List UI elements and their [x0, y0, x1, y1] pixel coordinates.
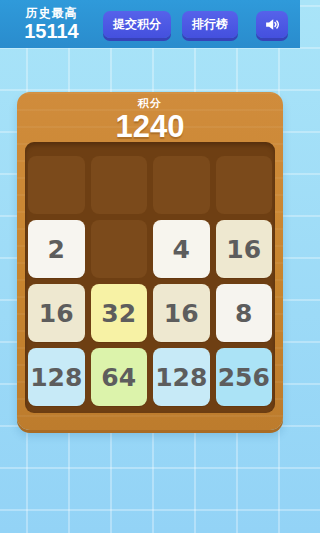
- tile-8: 8: [216, 284, 273, 342]
- board: 积分 1240 2416163216812864128256: [17, 92, 283, 430]
- sound-button[interactable]: [256, 11, 288, 38]
- cell-r4c1: 128: [28, 348, 85, 406]
- tile-256: 256: [216, 348, 273, 406]
- cell-r2c4: 16: [216, 220, 273, 278]
- best-score-block: 历史最高 15114: [0, 7, 103, 41]
- tile-2: 2: [28, 220, 85, 278]
- best-score-label: 历史最高: [0, 7, 103, 19]
- cell-r1c4: [216, 156, 273, 214]
- score-panel: 积分 1240: [17, 92, 283, 142]
- cell-r4c4: 256: [216, 348, 273, 406]
- submit-score-button[interactable]: 提交积分: [103, 11, 171, 38]
- best-score-value: 15114: [0, 21, 103, 41]
- tile-16: 16: [153, 284, 210, 342]
- cell-r3c2: 32: [91, 284, 148, 342]
- leaderboard-button[interactable]: 排行榜: [182, 11, 238, 38]
- cell-r2c2: [91, 220, 148, 278]
- cell-r4c3: 128: [153, 348, 210, 406]
- cell-r2c1: 2: [28, 220, 85, 278]
- tile-16: 16: [216, 220, 273, 278]
- tile-16: 16: [28, 284, 85, 342]
- topbar: 历史最高 15114 提交积分 排行榜: [0, 0, 300, 48]
- score-value: 1240: [17, 111, 283, 142]
- tile-32: 32: [91, 284, 148, 342]
- tile-128: 128: [28, 348, 85, 406]
- tile-64: 64: [91, 348, 148, 406]
- cell-r1c2: [91, 156, 148, 214]
- tile-128: 128: [153, 348, 210, 406]
- cell-r3c1: 16: [28, 284, 85, 342]
- cell-r2c3: 4: [153, 220, 210, 278]
- cell-r4c2: 64: [91, 348, 148, 406]
- speaker-icon: [264, 16, 281, 33]
- tile-4: 4: [153, 220, 210, 278]
- score-label: 积分: [17, 92, 283, 109]
- cell-r3c4: 8: [216, 284, 273, 342]
- tile-grid[interactable]: 2416163216812864128256: [25, 142, 275, 413]
- cell-r1c3: [153, 156, 210, 214]
- cell-r1c1: [28, 156, 85, 214]
- cell-r3c3: 16: [153, 284, 210, 342]
